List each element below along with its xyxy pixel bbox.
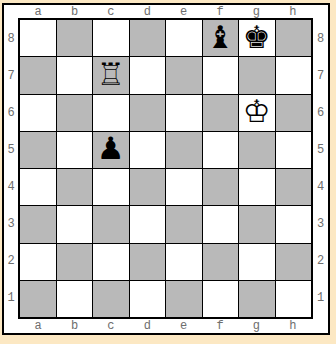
square-f4[interactable] <box>203 169 239 205</box>
file-label-a: a <box>20 319 56 333</box>
rank-label-7: 7 <box>4 57 18 94</box>
file-label-g: g <box>238 5 274 18</box>
file-label-e: e <box>166 319 202 333</box>
rank-label-5: 5 <box>313 131 328 168</box>
file-labels-top: abcdefgh <box>18 5 313 18</box>
square-b5[interactable] <box>57 132 93 168</box>
square-e2[interactable] <box>166 244 202 280</box>
square-f1[interactable] <box>203 281 239 317</box>
square-g3[interactable] <box>239 206 275 242</box>
square-a6[interactable] <box>20 95 56 131</box>
square-h3[interactable] <box>276 206 312 242</box>
rank-label-4: 4 <box>4 169 18 206</box>
square-b1[interactable] <box>57 281 93 317</box>
rank-label-2: 2 <box>4 243 18 280</box>
chess-diagram-panel: abcdefgh 87654321 ♝♚♖♔♟ 87654321 abcdefg… <box>2 3 330 335</box>
square-d2[interactable] <box>130 244 166 280</box>
square-c1[interactable] <box>93 281 129 317</box>
square-e5[interactable] <box>166 132 202 168</box>
file-label-b: b <box>56 5 92 18</box>
file-label-g: g <box>238 319 274 333</box>
square-h4[interactable] <box>276 169 312 205</box>
rank-label-6: 6 <box>313 94 328 131</box>
square-c4[interactable] <box>93 169 129 205</box>
square-d8[interactable] <box>130 20 166 56</box>
rank-label-1: 1 <box>4 280 18 317</box>
rank-label-6: 6 <box>4 94 18 131</box>
square-c7[interactable]: ♖ <box>93 57 129 93</box>
file-label-a: a <box>20 5 56 18</box>
square-g6[interactable]: ♔ <box>239 95 275 131</box>
file-label-b: b <box>56 319 92 333</box>
square-g8[interactable]: ♚ <box>239 20 275 56</box>
file-label-c: c <box>93 5 129 18</box>
square-h2[interactable] <box>276 244 312 280</box>
square-c6[interactable] <box>93 95 129 131</box>
rank-labels-left: 87654321 <box>4 18 18 319</box>
file-label-f: f <box>202 5 238 18</box>
square-f3[interactable] <box>203 206 239 242</box>
square-d6[interactable] <box>130 95 166 131</box>
square-f2[interactable] <box>203 244 239 280</box>
square-d4[interactable] <box>130 169 166 205</box>
square-c5[interactable]: ♟ <box>93 132 129 168</box>
square-g5[interactable] <box>239 132 275 168</box>
square-b8[interactable] <box>57 20 93 56</box>
chess-board: ♝♚♖♔♟ <box>18 18 313 319</box>
file-label-c: c <box>93 319 129 333</box>
rank-label-1: 1 <box>313 280 328 317</box>
piece-black-bishop[interactable]: ♝ <box>206 22 234 53</box>
square-a7[interactable] <box>20 57 56 93</box>
square-e1[interactable] <box>166 281 202 317</box>
square-c3[interactable] <box>93 206 129 242</box>
square-a5[interactable] <box>20 132 56 168</box>
piece-white-king[interactable]: ♔ <box>243 96 271 127</box>
rank-label-4: 4 <box>313 169 328 206</box>
square-g1[interactable] <box>239 281 275 317</box>
square-c2[interactable] <box>93 244 129 280</box>
square-c8[interactable] <box>93 20 129 56</box>
rank-label-7: 7 <box>313 57 328 94</box>
square-e4[interactable] <box>166 169 202 205</box>
file-label-f: f <box>202 319 238 333</box>
square-e3[interactable] <box>166 206 202 242</box>
square-g4[interactable] <box>239 169 275 205</box>
square-d3[interactable] <box>130 206 166 242</box>
square-b2[interactable] <box>57 244 93 280</box>
piece-white-rook[interactable]: ♖ <box>97 59 125 90</box>
square-a2[interactable] <box>20 244 56 280</box>
square-d7[interactable] <box>130 57 166 93</box>
square-a8[interactable] <box>20 20 56 56</box>
square-a4[interactable] <box>20 169 56 205</box>
square-d5[interactable] <box>130 132 166 168</box>
square-h1[interactable] <box>276 281 312 317</box>
square-e7[interactable] <box>166 57 202 93</box>
file-label-h: h <box>275 5 311 18</box>
rank-label-8: 8 <box>313 20 328 57</box>
rank-label-2: 2 <box>313 243 328 280</box>
square-h6[interactable] <box>276 95 312 131</box>
square-g2[interactable] <box>239 244 275 280</box>
square-b4[interactable] <box>57 169 93 205</box>
square-g7[interactable] <box>239 57 275 93</box>
square-f6[interactable] <box>203 95 239 131</box>
square-b7[interactable] <box>57 57 93 93</box>
piece-black-pawn[interactable]: ♟ <box>97 133 125 164</box>
square-a1[interactable] <box>20 281 56 317</box>
rank-label-3: 3 <box>313 206 328 243</box>
rank-label-5: 5 <box>4 131 18 168</box>
square-b3[interactable] <box>57 206 93 242</box>
square-b6[interactable] <box>57 95 93 131</box>
square-e8[interactable] <box>166 20 202 56</box>
file-label-e: e <box>166 5 202 18</box>
square-h8[interactable] <box>276 20 312 56</box>
square-e6[interactable] <box>166 95 202 131</box>
file-label-d: d <box>129 5 165 18</box>
square-h7[interactable] <box>276 57 312 93</box>
rank-label-8: 8 <box>4 20 18 57</box>
rank-labels-right: 87654321 <box>313 18 328 319</box>
square-f7[interactable] <box>203 57 239 93</box>
rank-label-3: 3 <box>4 206 18 243</box>
file-label-d: d <box>129 319 165 333</box>
square-f8[interactable]: ♝ <box>203 20 239 56</box>
file-labels-bottom: abcdefgh <box>18 319 313 333</box>
square-a3[interactable] <box>20 206 56 242</box>
square-f5[interactable] <box>203 132 239 168</box>
square-d1[interactable] <box>130 281 166 317</box>
square-h5[interactable] <box>276 132 312 168</box>
piece-black-king[interactable]: ♚ <box>243 22 271 53</box>
file-label-h: h <box>275 319 311 333</box>
